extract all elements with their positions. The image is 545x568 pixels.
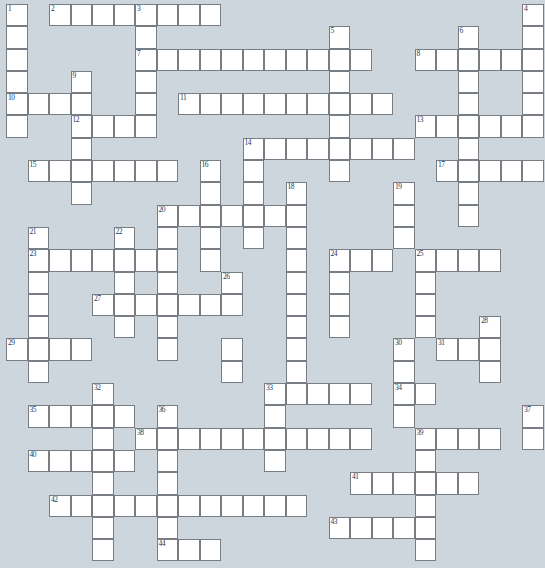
blocked-cell — [264, 472, 286, 494]
answer-cell[interactable]: 40 — [28, 450, 50, 472]
blocked-cell — [28, 49, 50, 71]
answer-cell[interactable] — [458, 115, 480, 137]
answer-cell[interactable]: 44 — [157, 539, 179, 561]
blocked-cell — [372, 227, 394, 249]
answer-cell[interactable]: 33 — [264, 383, 286, 405]
answer-cell[interactable] — [329, 316, 351, 338]
answer-cell[interactable] — [200, 428, 222, 450]
answer-cell[interactable] — [479, 361, 501, 383]
answer-cell[interactable] — [522, 115, 544, 137]
blocked-cell — [436, 93, 458, 115]
blocked-cell — [522, 361, 544, 383]
answer-cell[interactable] — [329, 49, 351, 71]
answer-cell[interactable] — [458, 71, 480, 93]
answer-cell[interactable] — [92, 115, 114, 137]
answer-cell[interactable] — [114, 249, 136, 271]
answer-cell[interactable] — [178, 428, 200, 450]
answer-cell[interactable] — [71, 405, 93, 427]
answer-cell[interactable] — [200, 495, 222, 517]
answer-cell[interactable] — [350, 428, 372, 450]
answer-cell[interactable]: 42 — [49, 495, 71, 517]
answer-cell[interactable] — [243, 49, 265, 71]
answer-cell[interactable]: 38 — [135, 428, 157, 450]
answer-cell[interactable] — [92, 539, 114, 561]
answer-cell[interactable] — [135, 71, 157, 93]
answer-cell[interactable] — [286, 428, 308, 450]
answer-cell[interactable]: 30 — [393, 338, 415, 360]
answer-cell[interactable] — [221, 205, 243, 227]
answer-cell[interactable] — [264, 205, 286, 227]
blocked-cell — [114, 49, 136, 71]
clue-number: 16 — [202, 161, 209, 169]
answer-cell[interactable] — [28, 361, 50, 383]
answer-cell[interactable]: 27 — [92, 294, 114, 316]
answer-cell[interactable] — [92, 160, 114, 182]
answer-cell[interactable] — [49, 160, 71, 182]
answer-cell[interactable]: 7 — [135, 49, 157, 71]
answer-cell[interactable]: 32 — [92, 383, 114, 405]
answer-cell[interactable] — [92, 428, 114, 450]
answer-cell[interactable] — [200, 205, 222, 227]
answer-cell[interactable] — [329, 160, 351, 182]
answer-cell[interactable] — [307, 383, 329, 405]
answer-cell[interactable] — [329, 71, 351, 93]
answer-cell[interactable] — [135, 26, 157, 48]
answer-cell[interactable] — [157, 227, 179, 249]
answer-cell[interactable] — [114, 450, 136, 472]
answer-cell[interactable] — [458, 138, 480, 160]
blocked-cell — [479, 93, 501, 115]
blocked-cell — [6, 539, 28, 561]
answer-cell[interactable]: 20 — [157, 205, 179, 227]
answer-cell[interactable] — [221, 428, 243, 450]
answer-cell[interactable] — [178, 495, 200, 517]
answer-cell[interactable]: 26 — [221, 272, 243, 294]
answer-cell[interactable] — [393, 405, 415, 427]
answer-cell[interactable] — [286, 383, 308, 405]
answer-cell[interactable] — [522, 93, 544, 115]
answer-cell[interactable] — [415, 517, 437, 539]
answer-cell[interactable] — [264, 428, 286, 450]
answer-cell[interactable] — [393, 361, 415, 383]
answer-cell[interactable] — [178, 205, 200, 227]
answer-cell[interactable] — [286, 338, 308, 360]
blocked-cell — [458, 517, 480, 539]
blocked-cell — [221, 472, 243, 494]
answer-cell[interactable] — [71, 182, 93, 204]
answer-cell[interactable] — [415, 495, 437, 517]
answer-cell[interactable] — [329, 93, 351, 115]
answer-cell[interactable] — [436, 472, 458, 494]
answer-cell[interactable] — [479, 160, 501, 182]
answer-cell[interactable] — [350, 517, 372, 539]
answer-cell[interactable] — [415, 294, 437, 316]
answer-cell[interactable] — [135, 160, 157, 182]
answer-cell[interactable] — [264, 450, 286, 472]
answer-cell[interactable] — [114, 4, 136, 26]
answer-cell[interactable] — [286, 138, 308, 160]
answer-cell[interactable] — [243, 495, 265, 517]
answer-cell[interactable] — [28, 338, 50, 360]
answer-cell[interactable] — [286, 49, 308, 71]
answer-cell[interactable] — [393, 227, 415, 249]
answer-cell[interactable]: 12 — [71, 115, 93, 137]
answer-cell[interactable] — [329, 115, 351, 137]
answer-cell[interactable] — [415, 272, 437, 294]
answer-cell[interactable] — [329, 138, 351, 160]
blocked-cell — [372, 205, 394, 227]
answer-cell[interactable] — [157, 495, 179, 517]
clue-number: 7 — [137, 50, 140, 58]
answer-cell[interactable] — [71, 495, 93, 517]
answer-cell[interactable] — [157, 249, 179, 271]
blocked-cell — [264, 71, 286, 93]
answer-cell[interactable] — [157, 517, 179, 539]
answer-cell[interactable] — [221, 294, 243, 316]
answer-cell[interactable] — [157, 49, 179, 71]
clue-number: 22 — [116, 228, 123, 236]
blocked-cell — [28, 138, 50, 160]
answer-cell[interactable]: 22 — [114, 227, 136, 249]
blocked-cell — [393, 26, 415, 48]
answer-cell[interactable] — [114, 405, 136, 427]
answer-cell[interactable] — [157, 472, 179, 494]
answer-cell[interactable] — [92, 4, 114, 26]
answer-cell[interactable] — [393, 517, 415, 539]
answer-cell[interactable] — [243, 428, 265, 450]
answer-cell[interactable] — [114, 316, 136, 338]
answer-cell[interactable]: 24 — [329, 249, 351, 271]
answer-cell[interactable] — [71, 249, 93, 271]
answer-cell[interactable] — [157, 160, 179, 182]
answer-cell[interactable] — [178, 49, 200, 71]
answer-cell[interactable] — [393, 138, 415, 160]
answer-cell[interactable]: 6 — [458, 26, 480, 48]
answer-cell[interactable]: 11 — [178, 93, 200, 115]
answer-cell[interactable] — [49, 338, 71, 360]
answer-cell[interactable] — [458, 160, 480, 182]
answer-cell[interactable] — [286, 495, 308, 517]
answer-cell[interactable] — [243, 227, 265, 249]
answer-cell[interactable]: 41 — [350, 472, 372, 494]
answer-cell[interactable]: 37 — [522, 405, 544, 427]
answer-cell[interactable]: 8 — [415, 49, 437, 71]
answer-cell[interactable]: 13 — [415, 115, 437, 137]
answer-cell[interactable] — [200, 49, 222, 71]
answer-cell[interactable] — [221, 49, 243, 71]
blocked-cell — [415, 71, 437, 93]
blocked-cell — [178, 272, 200, 294]
answer-cell[interactable]: 18 — [286, 182, 308, 204]
answer-cell[interactable] — [458, 428, 480, 450]
answer-cell[interactable] — [329, 272, 351, 294]
answer-cell[interactable] — [415, 472, 437, 494]
answer-cell[interactable]: 23 — [28, 249, 50, 271]
answer-cell[interactable] — [114, 160, 136, 182]
clue-number: 10 — [8, 94, 15, 102]
answer-cell[interactable]: 36 — [157, 405, 179, 427]
answer-cell[interactable] — [307, 428, 329, 450]
answer-cell[interactable]: 9 — [71, 71, 93, 93]
blocked-cell — [92, 338, 114, 360]
blocked-cell — [501, 450, 523, 472]
answer-cell[interactable] — [329, 428, 351, 450]
blocked-cell — [6, 294, 28, 316]
answer-cell[interactable] — [243, 205, 265, 227]
answer-cell[interactable]: 39 — [415, 428, 437, 450]
clue-number: 13 — [417, 116, 424, 124]
answer-cell[interactable] — [200, 182, 222, 204]
answer-cell[interactable] — [200, 539, 222, 561]
answer-cell[interactable] — [479, 115, 501, 137]
answer-cell[interactable] — [178, 4, 200, 26]
answer-cell[interactable] — [436, 249, 458, 271]
answer-cell[interactable] — [458, 93, 480, 115]
answer-cell[interactable] — [49, 405, 71, 427]
blocked-cell — [243, 472, 265, 494]
answer-cell[interactable] — [71, 138, 93, 160]
answer-cell[interactable]: 31 — [436, 338, 458, 360]
answer-cell[interactable] — [71, 160, 93, 182]
answer-cell[interactable] — [286, 249, 308, 271]
blocked-cell — [286, 450, 308, 472]
answer-cell[interactable]: 29 — [6, 338, 28, 360]
answer-cell[interactable] — [221, 361, 243, 383]
answer-cell[interactable] — [307, 138, 329, 160]
answer-cell[interactable] — [501, 49, 523, 71]
answer-cell[interactable] — [479, 49, 501, 71]
answer-cell[interactable] — [157, 4, 179, 26]
answer-cell[interactable]: 25 — [415, 249, 437, 271]
answer-cell[interactable] — [286, 272, 308, 294]
blocked-cell — [479, 450, 501, 472]
answer-cell[interactable] — [286, 205, 308, 227]
answer-cell[interactable]: 35 — [28, 405, 50, 427]
answer-cell[interactable] — [157, 316, 179, 338]
answer-cell[interactable] — [221, 93, 243, 115]
answer-cell[interactable] — [458, 49, 480, 71]
answer-cell[interactable] — [114, 272, 136, 294]
answer-cell[interactable] — [329, 383, 351, 405]
answer-cell[interactable] — [92, 249, 114, 271]
blocked-cell — [221, 138, 243, 160]
answer-cell[interactable]: 15 — [28, 160, 50, 182]
answer-cell[interactable] — [350, 138, 372, 160]
answer-cell[interactable] — [436, 115, 458, 137]
answer-cell[interactable] — [393, 472, 415, 494]
answer-cell[interactable] — [436, 49, 458, 71]
answer-cell[interactable]: 5 — [329, 26, 351, 48]
blocked-cell — [49, 49, 71, 71]
blocked-cell — [114, 93, 136, 115]
answer-cell[interactable] — [393, 205, 415, 227]
answer-cell[interactable] — [522, 160, 544, 182]
answer-cell[interactable] — [200, 227, 222, 249]
blocked-cell — [221, 160, 243, 182]
answer-cell[interactable] — [157, 450, 179, 472]
answer-cell[interactable]: 28 — [479, 316, 501, 338]
answer-cell[interactable] — [157, 428, 179, 450]
answer-cell[interactable] — [501, 160, 523, 182]
answer-cell[interactable] — [415, 383, 437, 405]
answer-cell[interactable] — [49, 249, 71, 271]
answer-cell[interactable] — [522, 26, 544, 48]
answer-cell[interactable] — [114, 294, 136, 316]
answer-cell[interactable] — [135, 249, 157, 271]
answer-cell[interactable] — [264, 405, 286, 427]
answer-cell[interactable] — [372, 138, 394, 160]
answer-cell[interactable] — [28, 272, 50, 294]
answer-cell[interactable] — [6, 115, 28, 137]
answer-cell[interactable]: 14 — [243, 138, 265, 160]
answer-cell[interactable] — [92, 517, 114, 539]
answer-cell[interactable] — [522, 428, 544, 450]
answer-cell[interactable] — [28, 316, 50, 338]
answer-cell[interactable] — [286, 361, 308, 383]
blocked-cell — [135, 138, 157, 160]
answer-cell[interactable] — [135, 93, 157, 115]
answer-cell[interactable] — [6, 26, 28, 48]
answer-cell[interactable] — [415, 316, 437, 338]
answer-cell[interactable] — [71, 4, 93, 26]
blocked-cell — [501, 294, 523, 316]
answer-cell[interactable] — [92, 472, 114, 494]
answer-cell[interactable] — [264, 93, 286, 115]
answer-cell[interactable] — [350, 93, 372, 115]
blocked-cell — [501, 26, 523, 48]
blocked-cell — [243, 383, 265, 405]
blocked-cell — [479, 182, 501, 204]
answer-cell[interactable]: 2 — [49, 4, 71, 26]
clue-number: 11 — [180, 94, 186, 102]
answer-cell[interactable] — [415, 539, 437, 561]
clue-number: 43 — [331, 518, 338, 526]
answer-cell[interactable] — [372, 93, 394, 115]
answer-cell[interactable] — [307, 93, 329, 115]
answer-cell[interactable]: 10 — [6, 93, 28, 115]
answer-cell[interactable] — [200, 4, 222, 26]
blocked-cell — [200, 115, 222, 137]
blocked-cell — [49, 205, 71, 227]
answer-cell[interactable] — [28, 294, 50, 316]
answer-cell[interactable] — [157, 294, 179, 316]
answer-cell[interactable] — [286, 316, 308, 338]
answer-cell[interactable] — [92, 495, 114, 517]
answer-cell[interactable] — [286, 294, 308, 316]
answer-cell[interactable]: 4 — [522, 4, 544, 26]
blocked-cell — [114, 539, 136, 561]
blocked-cell — [350, 294, 372, 316]
answer-cell[interactable] — [243, 160, 265, 182]
answer-cell[interactable] — [71, 338, 93, 360]
answer-cell[interactable] — [243, 182, 265, 204]
answer-cell[interactable] — [135, 294, 157, 316]
answer-cell[interactable] — [157, 338, 179, 360]
answer-cell[interactable] — [350, 383, 372, 405]
answer-cell[interactable] — [200, 249, 222, 271]
blocked-cell — [372, 539, 394, 561]
answer-cell[interactable] — [458, 338, 480, 360]
answer-cell[interactable]: 21 — [28, 227, 50, 249]
answer-cell[interactable] — [458, 205, 480, 227]
blocked-cell — [6, 227, 28, 249]
answer-cell[interactable] — [92, 450, 114, 472]
answer-cell[interactable] — [135, 495, 157, 517]
answer-cell[interactable] — [200, 294, 222, 316]
answer-cell[interactable] — [372, 517, 394, 539]
answer-cell[interactable] — [436, 428, 458, 450]
answer-cell[interactable] — [372, 472, 394, 494]
blocked-cell — [6, 472, 28, 494]
answer-cell[interactable] — [479, 428, 501, 450]
answer-cell[interactable] — [264, 49, 286, 71]
answer-cell[interactable]: 1 — [6, 4, 28, 26]
answer-cell[interactable] — [458, 472, 480, 494]
blocked-cell — [479, 495, 501, 517]
blocked-cell — [479, 4, 501, 26]
answer-cell[interactable] — [71, 450, 93, 472]
blocked-cell — [350, 205, 372, 227]
answer-cell[interactable] — [49, 450, 71, 472]
answer-cell[interactable]: 34 — [393, 383, 415, 405]
answer-cell[interactable] — [522, 71, 544, 93]
answer-cell[interactable] — [350, 249, 372, 271]
answer-cell[interactable] — [501, 115, 523, 137]
answer-cell[interactable] — [264, 495, 286, 517]
answer-cell[interactable] — [178, 294, 200, 316]
answer-cell[interactable] — [479, 249, 501, 271]
answer-cell[interactable]: 3 — [135, 4, 157, 26]
answer-cell[interactable]: 43 — [329, 517, 351, 539]
answer-cell[interactable] — [92, 405, 114, 427]
answer-cell[interactable] — [415, 450, 437, 472]
answer-cell[interactable] — [135, 115, 157, 137]
clue-number: 31 — [438, 339, 445, 347]
answer-cell[interactable] — [71, 93, 93, 115]
answer-cell[interactable]: 17 — [436, 160, 458, 182]
answer-cell[interactable] — [458, 249, 480, 271]
blocked-cell — [157, 361, 179, 383]
answer-cell[interactable] — [264, 138, 286, 160]
answer-cell[interactable] — [200, 93, 222, 115]
answer-cell[interactable] — [178, 539, 200, 561]
answer-cell[interactable] — [307, 49, 329, 71]
answer-cell[interactable]: 19 — [393, 182, 415, 204]
answer-cell[interactable] — [286, 93, 308, 115]
answer-cell[interactable] — [458, 182, 480, 204]
answer-cell[interactable]: 16 — [200, 160, 222, 182]
answer-cell[interactable] — [114, 115, 136, 137]
answer-cell[interactable] — [221, 495, 243, 517]
answer-cell[interactable] — [28, 93, 50, 115]
answer-cell[interactable] — [221, 338, 243, 360]
answer-cell[interactable] — [243, 93, 265, 115]
answer-cell[interactable] — [6, 49, 28, 71]
answer-cell[interactable] — [479, 338, 501, 360]
blocked-cell — [243, 338, 265, 360]
answer-cell[interactable] — [6, 71, 28, 93]
answer-cell[interactable] — [49, 93, 71, 115]
blocked-cell — [49, 428, 71, 450]
answer-cell[interactable] — [114, 495, 136, 517]
answer-cell[interactable] — [372, 249, 394, 271]
answer-cell[interactable] — [522, 49, 544, 71]
blocked-cell — [329, 472, 351, 494]
answer-cell[interactable] — [157, 272, 179, 294]
answer-cell[interactable] — [350, 49, 372, 71]
answer-cell[interactable] — [286, 227, 308, 249]
answer-cell[interactable] — [329, 294, 351, 316]
